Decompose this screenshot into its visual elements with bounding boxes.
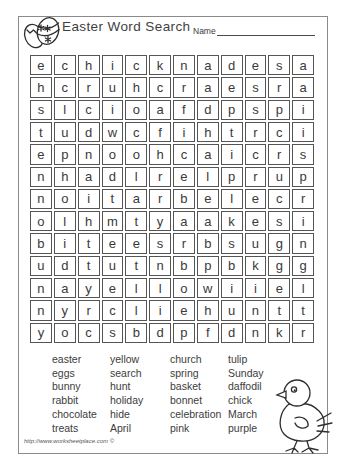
grid-cell: c xyxy=(54,55,76,75)
grid-cell: i xyxy=(102,55,124,75)
word-item: bonnet xyxy=(170,394,221,408)
grid-cell: f xyxy=(149,122,171,142)
grid-cell: l xyxy=(54,211,76,231)
grid-cell: s xyxy=(221,233,243,253)
grid-cell: a xyxy=(149,100,171,120)
grid-cell: p xyxy=(197,256,219,276)
easter-eggs-icon xyxy=(21,12,65,52)
grid-cell: a xyxy=(197,77,219,97)
word-item: spring xyxy=(170,367,221,381)
grid-cell: l xyxy=(125,300,147,320)
grid-cell: e xyxy=(30,144,52,164)
grid-cell: b xyxy=(30,233,52,253)
word-item: celebration xyxy=(170,408,221,422)
grid-cell: d xyxy=(54,256,76,276)
grid-cell: t xyxy=(221,122,243,142)
grid-cell: b xyxy=(173,189,195,209)
grid-cell: e xyxy=(102,233,124,253)
grid-cell: g xyxy=(268,233,290,253)
grid-cell: i xyxy=(54,233,76,253)
grid-cell: c xyxy=(268,189,290,209)
word-item: yellow xyxy=(110,353,143,367)
grid-cell: n xyxy=(245,323,267,343)
grid-cell: u xyxy=(102,256,124,276)
word-item: March xyxy=(228,408,264,422)
grid-cell: n xyxy=(30,167,52,187)
grid-cell: n xyxy=(30,189,52,209)
grid-cell: p xyxy=(173,323,195,343)
name-label: Name xyxy=(193,26,216,36)
grid-cell: s xyxy=(245,77,267,97)
grid-cell: i xyxy=(292,122,314,142)
grid-cell: c xyxy=(149,77,171,97)
grid-cell: i xyxy=(292,211,314,231)
grid-cell: l xyxy=(54,100,76,120)
grid-cell: e xyxy=(245,189,267,209)
grid-cell: o xyxy=(30,211,52,231)
grid-cell: t xyxy=(125,256,147,276)
grid-cell: s xyxy=(268,55,290,75)
grid-cell: e xyxy=(268,278,290,298)
grid-cell: e xyxy=(125,233,147,253)
word-item: purple xyxy=(228,422,264,436)
grid-cell: o xyxy=(125,100,147,120)
page-title: Easter Word Search xyxy=(62,19,191,34)
grid-cell: e xyxy=(245,55,267,75)
word-item: holiday xyxy=(110,394,143,408)
word-item: daffodil xyxy=(228,380,264,394)
grid-cell: y xyxy=(78,278,100,298)
word-item: church xyxy=(170,353,221,367)
word-item: chick xyxy=(228,394,264,408)
word-list-column: eastereggsbunnyrabbitchocolatetreats xyxy=(52,353,97,435)
grid-cell: h xyxy=(125,77,147,97)
word-item: tulip xyxy=(228,353,264,367)
word-item: bunny xyxy=(52,380,97,394)
grid-cell: h xyxy=(197,122,219,142)
grid-cell: r xyxy=(173,77,195,97)
grid-cell: r xyxy=(292,189,314,209)
grid-cell: k xyxy=(221,211,243,231)
grid-cell: i xyxy=(221,144,243,164)
grid-cell: i xyxy=(78,189,100,209)
grid-cell: o xyxy=(54,189,76,209)
word-list-column: yellowsearchhuntholidayhideApril xyxy=(110,353,143,435)
grid-cell: b xyxy=(173,256,195,276)
grid-cell: u xyxy=(54,122,76,142)
grid-cell: w xyxy=(102,122,124,142)
grid-cell: n xyxy=(292,233,314,253)
grid-cell: t xyxy=(292,300,314,320)
grid-cell: u xyxy=(102,77,124,97)
grid-cell: p xyxy=(221,100,243,120)
grid-cell: t xyxy=(78,233,100,253)
grid-cell: k xyxy=(149,55,171,75)
grid-cell: d xyxy=(78,122,100,142)
grid-cell: s xyxy=(245,100,267,120)
grid-cell: l xyxy=(221,189,243,209)
grid-cell: g xyxy=(268,256,290,276)
grid-cell: l xyxy=(149,278,171,298)
grid-cell: n xyxy=(173,55,195,75)
grid-cell: p xyxy=(221,167,243,187)
grid-cell: e xyxy=(173,300,195,320)
grid-cell: t xyxy=(78,256,100,276)
grid-cell: y xyxy=(30,323,52,343)
grid-cell: g xyxy=(292,256,314,276)
grid-cell: c xyxy=(173,144,195,164)
grid-cell: u xyxy=(245,233,267,253)
grid-cell: t xyxy=(268,300,290,320)
footer-url: http://www.worksheetplace.com © xyxy=(24,438,114,444)
grid-cell: h xyxy=(197,300,219,320)
grid-cell: n xyxy=(30,278,52,298)
grid-cell: f xyxy=(173,100,195,120)
grid-cell: e xyxy=(173,167,195,187)
grid-cell: h xyxy=(78,55,100,75)
grid-cell: b xyxy=(197,233,219,253)
grid-cell: l xyxy=(197,167,219,187)
word-item: chocolate xyxy=(52,408,97,422)
grid-cell: i xyxy=(102,100,124,120)
grid-cell: n xyxy=(149,256,171,276)
grid-cell: d xyxy=(221,55,243,75)
grid-cell: u xyxy=(268,167,290,187)
grid-cell: a xyxy=(292,77,314,97)
grid-cell: i xyxy=(245,278,267,298)
word-search-grid: echicknadesahcruhcraesraslcioafdpspitudw… xyxy=(30,55,314,343)
grid-cell: t xyxy=(125,211,147,231)
grid-cell: p xyxy=(268,100,290,120)
grid-cell: r xyxy=(149,167,171,187)
grid-cell: r xyxy=(268,77,290,97)
grid-cell: h xyxy=(54,167,76,187)
grid-cell: a xyxy=(54,278,76,298)
grid-cell: p xyxy=(54,144,76,164)
grid-cell: h xyxy=(149,144,171,164)
grid-cell: r xyxy=(268,144,290,164)
grid-cell: t xyxy=(102,189,124,209)
grid-cell: o xyxy=(102,144,124,164)
grid-cell: e xyxy=(102,278,124,298)
grid-cell: k xyxy=(245,256,267,276)
grid-cell: u xyxy=(221,300,243,320)
grid-cell: r xyxy=(78,77,100,97)
grid-cell: y xyxy=(149,211,171,231)
grid-cell: r xyxy=(245,167,267,187)
grid-cell: s xyxy=(102,323,124,343)
grid-cell: h xyxy=(30,77,52,97)
grid-cell: d xyxy=(149,323,171,343)
grid-cell: c xyxy=(78,100,100,120)
word-item: April xyxy=(110,422,143,436)
grid-cell: w xyxy=(197,278,219,298)
grid-cell: r xyxy=(292,323,314,343)
grid-cell: s xyxy=(149,233,171,253)
grid-cell: d xyxy=(102,167,124,187)
grid-cell: o xyxy=(54,323,76,343)
word-list-column: tulipSundaydaffodilchickMarchpurple xyxy=(228,353,264,435)
grid-cell: e xyxy=(197,189,219,209)
word-item: treats xyxy=(52,422,97,436)
grid-cell: s xyxy=(292,144,314,164)
word-list-column: churchspringbasketbonnetcelebrationpink xyxy=(170,353,221,435)
grid-cell: c xyxy=(125,55,147,75)
grid-cell: u xyxy=(30,256,52,276)
grid-cell: e xyxy=(30,55,52,75)
word-item: easter xyxy=(52,353,97,367)
grid-cell: a xyxy=(173,211,195,231)
grid-cell: r xyxy=(173,233,195,253)
grid-cell: y xyxy=(54,300,76,320)
grid-cell: o xyxy=(173,278,195,298)
grid-cell: p xyxy=(292,167,314,187)
grid-cell: n xyxy=(30,300,52,320)
grid-cell: i xyxy=(149,300,171,320)
grid-cell: o xyxy=(125,144,147,164)
grid-cell: c xyxy=(78,323,100,343)
grid-cell: b xyxy=(125,323,147,343)
chick-icon xyxy=(271,376,337,454)
grid-cell: k xyxy=(268,323,290,343)
grid-cell: d xyxy=(197,100,219,120)
grid-cell: i xyxy=(292,100,314,120)
grid-cell: b xyxy=(221,256,243,276)
word-item: hide xyxy=(110,408,143,422)
word-item: basket xyxy=(170,380,221,394)
word-item: rabbit xyxy=(52,394,97,408)
name-blank-line xyxy=(217,25,315,36)
grid-cell: i xyxy=(221,278,243,298)
grid-cell: a xyxy=(78,167,100,187)
worksheet-page: Easter Word Search Name echicknadesahcru… xyxy=(0,0,339,470)
grid-cell: e xyxy=(221,77,243,97)
grid-cell: t xyxy=(30,122,52,142)
grid-cell: s xyxy=(30,100,52,120)
word-item: hunt xyxy=(110,380,143,394)
grid-cell: a xyxy=(197,211,219,231)
name-field: Name xyxy=(193,25,315,36)
grid-cell: r xyxy=(78,300,100,320)
grid-cell: n xyxy=(245,300,267,320)
word-item: pink xyxy=(170,422,221,436)
grid-cell: a xyxy=(292,55,314,75)
grid-cell: e xyxy=(245,211,267,231)
word-item: search xyxy=(110,367,143,381)
grid-cell: c xyxy=(54,77,76,97)
grid-cell: c xyxy=(102,300,124,320)
grid-cell: a xyxy=(197,55,219,75)
grid-cell: c xyxy=(245,144,267,164)
grid-cell: s xyxy=(268,211,290,231)
grid-cell: h xyxy=(78,211,100,231)
grid-cell: i xyxy=(173,122,195,142)
grid-cell: a xyxy=(197,144,219,164)
word-item: Sunday xyxy=(228,367,264,381)
grid-cell: l xyxy=(125,167,147,187)
grid-cell: c xyxy=(268,122,290,142)
grid-cell: d xyxy=(221,323,243,343)
grid-cell: n xyxy=(78,144,100,164)
grid-cell: f xyxy=(197,323,219,343)
grid-cell: l xyxy=(125,278,147,298)
grid-cell: a xyxy=(125,189,147,209)
word-item: eggs xyxy=(52,367,97,381)
grid-cell: r xyxy=(149,189,171,209)
grid-cell: c xyxy=(125,122,147,142)
grid-cell: r xyxy=(245,122,267,142)
grid-cell: m xyxy=(102,211,124,231)
grid-cell: l xyxy=(292,278,314,298)
